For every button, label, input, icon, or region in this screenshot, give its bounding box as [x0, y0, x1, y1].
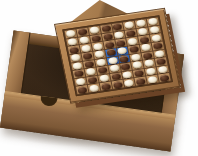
light-disc — [144, 60, 154, 68]
light-disc — [89, 26, 99, 34]
light-disc — [92, 42, 102, 50]
board-cell-r8c1 — [76, 85, 88, 94]
light-disc — [151, 34, 161, 42]
dark-disc — [103, 33, 113, 41]
light-disc — [75, 78, 85, 86]
light-disc — [148, 76, 158, 84]
light-disc — [107, 57, 117, 65]
dark-disc — [113, 23, 123, 31]
board-cell-r8c7 — [147, 75, 159, 84]
dark-disc — [97, 66, 107, 74]
light-disc — [148, 18, 158, 26]
product-photo-wooden-othello — [0, 0, 198, 156]
dark-disc — [69, 46, 79, 54]
dark-disc — [91, 34, 101, 42]
board-cell-r8c3 — [100, 82, 112, 91]
dark-disc — [143, 52, 153, 60]
light-disc — [128, 37, 138, 45]
light-disc — [133, 61, 143, 69]
board-cell-r8c5 — [123, 79, 135, 88]
finger-notch — [40, 96, 58, 107]
dark-disc — [106, 49, 116, 57]
dark-disc — [74, 70, 84, 78]
dark-disc — [87, 76, 97, 84]
light-disc — [154, 50, 164, 58]
dark-disc — [77, 86, 87, 94]
light-disc — [86, 68, 96, 76]
board-cell-r8c8 — [158, 73, 170, 82]
light-disc — [72, 62, 82, 70]
dark-disc — [119, 55, 129, 63]
light-disc — [124, 79, 134, 87]
board-cell-r8c2 — [88, 84, 100, 93]
light-disc — [99, 74, 109, 82]
board-grid — [62, 15, 173, 96]
light-disc — [122, 71, 132, 79]
light-disc — [67, 38, 77, 46]
othello-board — [54, 8, 181, 104]
dark-disc — [116, 39, 126, 47]
board-cell-r8c6 — [135, 77, 147, 86]
light-disc — [146, 68, 156, 76]
light-disc — [94, 50, 104, 58]
dark-disc — [84, 60, 94, 68]
light-disc — [81, 44, 91, 52]
light-disc — [96, 58, 106, 66]
light-disc — [79, 36, 89, 44]
dark-disc — [136, 77, 146, 85]
dark-disc — [121, 63, 131, 71]
light-disc — [114, 31, 124, 39]
light-disc — [141, 44, 151, 52]
light-disc — [136, 20, 146, 28]
dark-disc — [112, 81, 122, 89]
light-disc — [150, 26, 160, 34]
dark-disc — [101, 82, 111, 90]
dark-disc — [104, 41, 114, 49]
light-disc — [66, 30, 76, 38]
light-disc — [109, 65, 119, 73]
dark-disc — [82, 52, 92, 60]
dark-disc — [129, 45, 139, 53]
dark-disc — [126, 29, 136, 37]
dark-disc — [111, 73, 121, 81]
dark-disc — [134, 69, 144, 77]
light-disc — [71, 54, 81, 62]
dark-disc — [77, 28, 87, 36]
light-disc — [131, 53, 141, 61]
board-cell-r8c4 — [111, 80, 123, 89]
dark-disc — [156, 58, 166, 66]
dark-disc — [153, 42, 163, 50]
dark-disc — [139, 36, 149, 44]
dark-disc — [159, 74, 169, 82]
light-disc — [118, 47, 128, 55]
dark-disc — [101, 25, 111, 33]
light-disc — [158, 66, 168, 74]
light-disc — [89, 84, 99, 92]
light-disc — [124, 21, 134, 29]
light-disc — [138, 28, 148, 36]
